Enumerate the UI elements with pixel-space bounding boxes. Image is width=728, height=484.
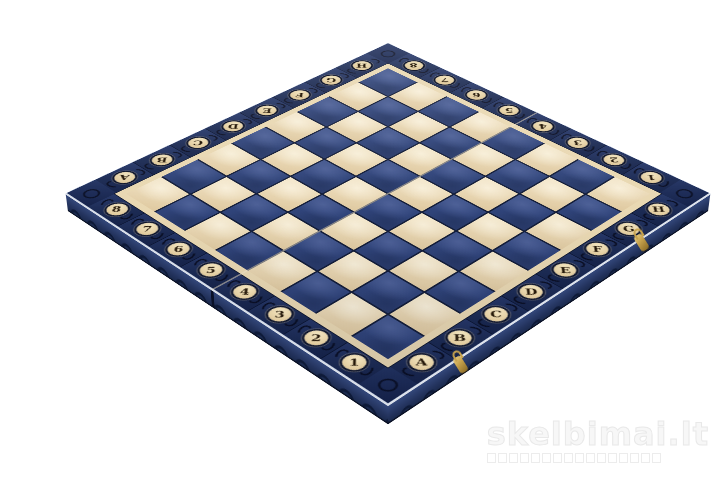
- file-label-band-near: HGFEDCBA: [388, 193, 688, 384]
- coordinate-medallion: H: [644, 201, 674, 218]
- square-a5: [216, 232, 282, 270]
- watermark-square: [542, 453, 551, 463]
- watermark-squares: [487, 453, 709, 463]
- coordinate-medallion: 1: [337, 351, 372, 373]
- coordinate-medallion: 7: [132, 220, 163, 237]
- filigree-scroll-icon: [159, 237, 177, 248]
- coordinate-medallion: D: [515, 282, 548, 301]
- filigree-scroll-icon: [475, 317, 495, 328]
- watermark-square: [630, 453, 639, 463]
- filigree-scroll-icon: [191, 258, 210, 269]
- filigree-scroll-icon: [295, 324, 314, 337]
- square-f2: [490, 195, 554, 231]
- watermark-square: [641, 453, 650, 463]
- watermark-square: [509, 453, 518, 463]
- filigree-scroll-icon: [179, 250, 198, 261]
- coordinate-medallion: B: [443, 327, 477, 348]
- watermark-square: [531, 453, 540, 463]
- coordinate-medallion: C: [480, 304, 513, 324]
- watermark-square: [619, 453, 628, 463]
- filigree-scroll-icon: [425, 349, 446, 361]
- coordinate-medallion: 4: [229, 282, 262, 301]
- square-b5: [253, 213, 318, 250]
- filigree-scroll-icon: [246, 293, 265, 305]
- square-e3: [423, 195, 487, 231]
- square-e1: [494, 232, 560, 270]
- coordinate-medallion: A: [404, 351, 439, 373]
- square-a7: [155, 195, 219, 231]
- filigree-scroll-icon: [148, 230, 166, 241]
- square-c3: [355, 232, 421, 270]
- filigree-scroll-icon: [259, 301, 278, 313]
- watermark-square: [487, 453, 496, 463]
- filigree-scroll-icon: [631, 218, 649, 228]
- coordinate-medallion: E: [549, 261, 581, 280]
- coordinate-medallion: 8: [102, 201, 132, 218]
- square-f1: [526, 213, 591, 250]
- filigree-scroll-icon: [600, 238, 619, 248]
- watermark-square: [520, 453, 529, 463]
- coordinate-medallion: 3: [263, 304, 296, 324]
- filigree-scroll-icon: [610, 231, 629, 241]
- filigree-scroll-icon: [463, 325, 484, 337]
- filigree-scroll-icon: [534, 280, 554, 291]
- square-d1: [460, 251, 528, 291]
- watermark-square: [652, 453, 661, 463]
- square-e2: [458, 213, 523, 250]
- square-c5: [289, 195, 353, 231]
- square-b4: [285, 232, 351, 270]
- filigree-scroll-icon: [545, 272, 565, 283]
- filigree-scroll-icon: [212, 271, 231, 283]
- watermark-text: skelbimai.lt: [487, 418, 709, 450]
- board-surface: 87654321 87654321 HGFEDCBA HGFEDCBA: [66, 43, 711, 405]
- filigree-scroll-icon: [511, 294, 531, 305]
- watermark-square: [586, 453, 595, 463]
- filigree-scroll-icon: [129, 217, 147, 228]
- watermark-square: [498, 453, 507, 463]
- square-a2: [316, 293, 386, 336]
- filigree-scroll-icon: [399, 365, 420, 377]
- filigree-scroll-icon: [499, 302, 519, 313]
- rank-label-band-near: 87654321: [88, 193, 388, 384]
- square-b2: [354, 272, 423, 313]
- playing-grid: [126, 68, 650, 359]
- watermark-square: [608, 453, 617, 463]
- square-c4: [321, 213, 386, 250]
- square-a4: [248, 251, 316, 291]
- filigree-scroll-icon: [568, 258, 587, 268]
- filigree-scroll-icon: [357, 363, 377, 377]
- watermark-square: [553, 453, 562, 463]
- coordinate-medallion: 2: [299, 327, 333, 348]
- square-b3: [319, 251, 387, 291]
- filigree-scroll-icon: [281, 315, 300, 328]
- square-a6: [185, 213, 250, 250]
- square-a1: [352, 315, 424, 359]
- square-c1: [426, 272, 495, 313]
- filigree-scroll-icon: [117, 210, 135, 220]
- coordinate-medallion: 5: [195, 261, 227, 280]
- filigree-scroll-icon: [661, 199, 679, 208]
- filigree-scroll-icon: [333, 348, 352, 361]
- watermark-square: [597, 453, 606, 463]
- filigree-scroll-icon: [318, 339, 337, 352]
- square-a3: [282, 272, 351, 313]
- product-photo: 87654321 87654321 HGFEDCBA HGFEDCBA skel…: [0, 0, 728, 484]
- coordinate-medallion: F: [582, 240, 613, 258]
- chess-board: 87654321 87654321 HGFEDCBA HGFEDCBA: [66, 43, 711, 405]
- watermark: skelbimai.lt: [487, 418, 709, 463]
- square-b6: [222, 195, 286, 231]
- square-d2: [424, 232, 490, 270]
- filigree-scroll-icon: [641, 212, 659, 221]
- watermark-square: [575, 453, 584, 463]
- filigree-scroll-icon: [578, 251, 597, 261]
- watermark-square: [564, 453, 573, 463]
- filigree-scroll-icon: [225, 279, 244, 291]
- coordinate-medallion: 6: [163, 240, 194, 258]
- square-d4: [356, 195, 420, 231]
- square-c2: [390, 251, 458, 291]
- square-g1: [557, 195, 621, 231]
- square-b1: [390, 293, 460, 336]
- square-d3: [389, 213, 454, 250]
- filigree-scroll-icon: [98, 198, 116, 208]
